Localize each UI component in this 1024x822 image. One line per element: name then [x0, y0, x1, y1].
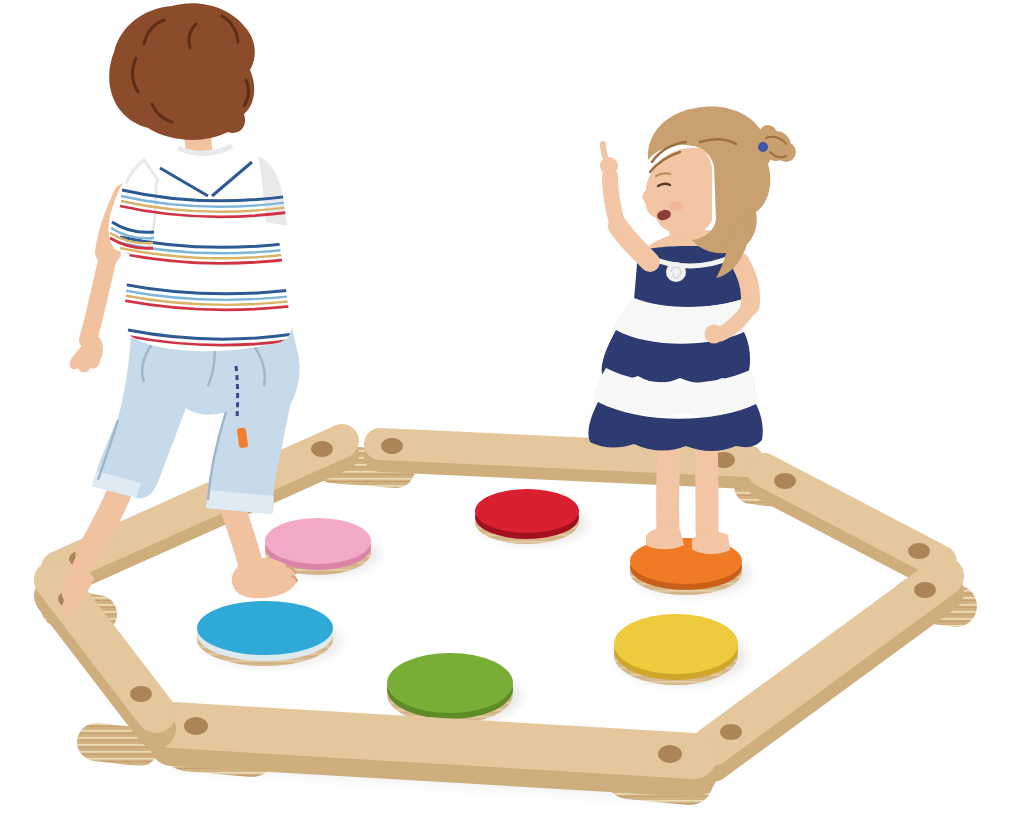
beam-top	[380, 444, 748, 473]
stone-top-pink	[265, 518, 371, 564]
stone-top-blue	[197, 601, 333, 655]
corner-support	[96, 742, 140, 747]
girl-cheek-blush	[669, 201, 683, 211]
dowel-hole	[311, 441, 333, 457]
dowel-hole	[184, 717, 208, 735]
stone-top-red	[475, 489, 579, 533]
dowel-hole	[658, 745, 682, 763]
dowel-hole	[130, 686, 152, 702]
balance-beam-scene	[0, 0, 1024, 822]
beam-bottom	[172, 725, 694, 774]
dowel-hole	[381, 438, 403, 454]
product-photo	[0, 0, 1024, 822]
stone-top-yellow	[614, 614, 738, 674]
girl-hair-tie	[758, 142, 768, 152]
dowel-hole	[720, 724, 742, 740]
girl-fist	[705, 325, 724, 344]
girl-hand	[600, 157, 618, 175]
girl-finger	[603, 144, 606, 160]
dowel-hole	[774, 473, 796, 489]
boy-shirt	[109, 146, 294, 351]
stone-top-green	[387, 653, 513, 713]
dowel-hole	[914, 582, 936, 598]
girl-dress-rosette	[666, 262, 686, 282]
dowel-hole	[908, 543, 930, 559]
